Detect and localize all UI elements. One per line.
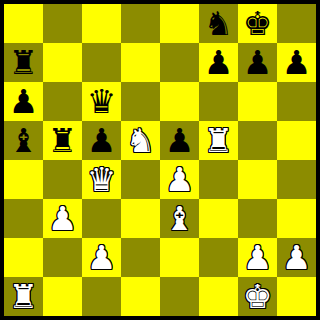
black-pawn-piece: ♟ [165,121,195,160]
square-g3[interactable] [238,199,277,238]
square-b1[interactable] [43,277,82,316]
square-g5[interactable] [238,121,277,160]
black-knight-piece: ♞ [204,4,234,43]
square-f5[interactable]: ♜ [199,121,238,160]
square-g7[interactable]: ♟ [238,43,277,82]
square-f2[interactable] [199,238,238,277]
white-pawn-piece: ♟ [87,238,117,277]
square-b7[interactable] [43,43,82,82]
square-a7[interactable]: ♜ [4,43,43,82]
square-h1[interactable] [277,277,316,316]
square-d6[interactable] [121,82,160,121]
square-c4[interactable]: ♛ [82,160,121,199]
black-rook-piece: ♜ [9,43,39,82]
square-h6[interactable] [277,82,316,121]
square-h4[interactable] [277,160,316,199]
square-e3[interactable]: ♝ [160,199,199,238]
square-e4[interactable]: ♟ [160,160,199,199]
square-g2[interactable]: ♟ [238,238,277,277]
square-a6[interactable]: ♟ [4,82,43,121]
square-d7[interactable] [121,43,160,82]
black-queen-piece: ♛ [87,82,117,121]
square-a1[interactable]: ♜ [4,277,43,316]
square-h2[interactable]: ♟ [277,238,316,277]
white-knight-piece: ♞ [126,121,156,160]
square-g6[interactable] [238,82,277,121]
square-e6[interactable] [160,82,199,121]
square-c5[interactable]: ♟ [82,121,121,160]
square-h7[interactable]: ♟ [277,43,316,82]
square-a2[interactable] [4,238,43,277]
black-rook-piece: ♜ [48,121,78,160]
white-queen-piece: ♛ [87,160,117,199]
square-f6[interactable] [199,82,238,121]
white-king-piece: ♚ [243,277,273,316]
white-rook-piece: ♜ [9,277,39,316]
square-b8[interactable] [43,4,82,43]
black-pawn-piece: ♟ [243,43,273,82]
black-pawn-piece: ♟ [204,43,234,82]
square-d3[interactable] [121,199,160,238]
black-pawn-piece: ♟ [87,121,117,160]
square-f7[interactable]: ♟ [199,43,238,82]
square-e7[interactable] [160,43,199,82]
white-rook-piece: ♜ [204,121,234,160]
square-d5[interactable]: ♞ [121,121,160,160]
square-c1[interactable] [82,277,121,316]
white-bishop-piece: ♝ [165,199,195,238]
square-a3[interactable] [4,199,43,238]
square-c8[interactable] [82,4,121,43]
square-h5[interactable] [277,121,316,160]
square-f4[interactable] [199,160,238,199]
square-h8[interactable] [277,4,316,43]
square-g1[interactable]: ♚ [238,277,277,316]
square-g8[interactable]: ♚ [238,4,277,43]
square-d8[interactable] [121,4,160,43]
square-d2[interactable] [121,238,160,277]
square-f8[interactable]: ♞ [199,4,238,43]
square-c3[interactable] [82,199,121,238]
square-a8[interactable] [4,4,43,43]
square-c2[interactable]: ♟ [82,238,121,277]
white-pawn-piece: ♟ [165,160,195,199]
square-a4[interactable] [4,160,43,199]
square-g4[interactable] [238,160,277,199]
square-e2[interactable] [160,238,199,277]
square-b5[interactable]: ♜ [43,121,82,160]
square-f1[interactable] [199,277,238,316]
square-b3[interactable]: ♟ [43,199,82,238]
square-e8[interactable] [160,4,199,43]
chess-board: ♞♚♜♟♟♟♟♛♝♜♟♞♟♜♛♟♟♝♟♟♟♜♚ [0,0,320,320]
white-pawn-piece: ♟ [48,199,78,238]
square-a5[interactable]: ♝ [4,121,43,160]
square-f3[interactable] [199,199,238,238]
square-c6[interactable]: ♛ [82,82,121,121]
square-b2[interactable] [43,238,82,277]
white-pawn-piece: ♟ [282,238,312,277]
white-pawn-piece: ♟ [243,238,273,277]
square-e5[interactable]: ♟ [160,121,199,160]
square-c7[interactable] [82,43,121,82]
square-b6[interactable] [43,82,82,121]
black-king-piece: ♚ [243,4,273,43]
square-d1[interactable] [121,277,160,316]
square-e1[interactable] [160,277,199,316]
black-pawn-piece: ♟ [282,43,312,82]
square-d4[interactable] [121,160,160,199]
square-b4[interactable] [43,160,82,199]
black-bishop-piece: ♝ [9,121,39,160]
black-pawn-piece: ♟ [9,82,39,121]
square-h3[interactable] [277,199,316,238]
